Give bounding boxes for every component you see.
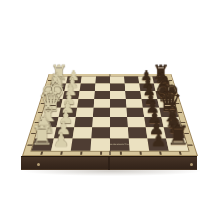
square (74, 117, 93, 127)
square: ♜ (152, 77, 168, 84)
square (110, 117, 128, 127)
square: ♟ (64, 84, 80, 91)
square: ♟ (61, 99, 79, 108)
square: ♛ (159, 108, 178, 117)
board-grid: ♜♟♟♜♞♟♟♞♝♟♟♝♚♟♟♚♛♟♟♛♝♟♟♝♞♟♟♞♜♟шахматы.ру… (32, 77, 189, 151)
square: ♟ (138, 77, 154, 84)
square (110, 108, 127, 117)
square (126, 108, 144, 117)
hinge-clasp-icon (190, 163, 193, 166)
square: ♝ (39, 117, 59, 127)
square (110, 77, 125, 84)
square: ♝ (161, 117, 181, 127)
square (92, 117, 110, 127)
square (95, 77, 110, 84)
square (81, 77, 96, 84)
fold-seam-front (108, 157, 110, 170)
hinge-clasp-icon (37, 163, 40, 166)
square (90, 138, 110, 150)
square (80, 84, 96, 91)
square: ♟ (139, 84, 155, 91)
product-photo: ♜♟♟♜♞♟♟♞♝♟♟♝♚♟♟♚♛♟♟♛♝♟♟♝♞♟♟♞♜♟шахматы.ру… (0, 0, 220, 220)
square: ♟ (143, 108, 162, 117)
square (127, 117, 146, 127)
square (110, 84, 125, 91)
square (125, 84, 141, 91)
brand-watermark: шахматы.ру (110, 142, 129, 147)
square (77, 99, 94, 108)
square (71, 138, 92, 150)
square: ♟ (144, 117, 163, 127)
box-front-face (21, 156, 197, 170)
square: ♟ (56, 117, 75, 127)
square: ♟ (51, 138, 72, 150)
square: ♟ (147, 138, 168, 150)
square: ♜ (166, 138, 188, 150)
square: ♚ (157, 99, 175, 108)
square (110, 99, 126, 108)
square (126, 99, 143, 108)
square (95, 84, 110, 91)
square (124, 77, 139, 84)
square: ♟ (66, 77, 82, 84)
square: ♞ (154, 84, 171, 91)
square: ♟ (142, 99, 160, 108)
square: ♜ (32, 138, 54, 150)
square (93, 108, 110, 117)
square (94, 99, 110, 108)
chess-board: ♜♟♟♜♞♟♟♞♝♟♟♝♚♟♟♚♛♟♟♛♝♟♟♝♞♟♟♞♜♟шахматы.ру… (22, 74, 198, 156)
square: шахматы.ру (110, 138, 130, 150)
square: ♟ (59, 108, 78, 117)
square (129, 138, 150, 150)
square (76, 108, 94, 117)
